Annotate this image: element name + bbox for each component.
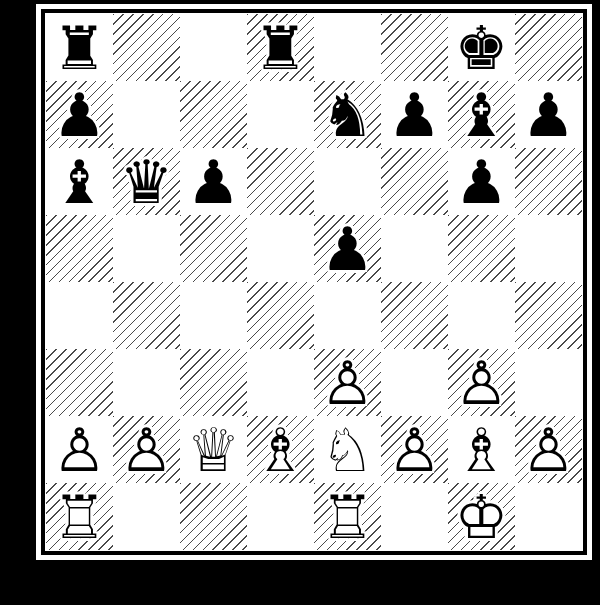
square-a1[interactable]: ♜♖ xyxy=(46,483,113,550)
square-c3[interactable] xyxy=(180,349,247,416)
board-frame: ♜♜♚♟♞♟♝♟♝♛♟♟♟♟♙♟♙♟♙♟♙♛♕♝♗♞♘♟♙♝♗♟♙♜♖♜♖♚♔ xyxy=(41,9,587,555)
square-a5[interactable] xyxy=(46,215,113,282)
piece-fill-white-king: ♚ xyxy=(448,483,515,550)
piece-fill-white-queen: ♛ xyxy=(180,416,247,483)
square-c8[interactable] xyxy=(180,14,247,81)
piece-fill-white-pawn: ♟ xyxy=(113,416,180,483)
square-e6[interactable] xyxy=(314,148,381,215)
piece-white-king: ♔ xyxy=(448,483,515,550)
square-h6[interactable] xyxy=(515,148,582,215)
square-g8[interactable]: ♚ xyxy=(448,14,515,81)
chess-diagram-panel: ♜♜♚♟♞♟♝♟♝♛♟♟♟♟♙♟♙♟♙♟♙♛♕♝♗♞♘♟♙♝♗♟♙♜♖♜♖♚♔ xyxy=(36,4,592,560)
square-f1[interactable] xyxy=(381,483,448,550)
square-a3[interactable] xyxy=(46,349,113,416)
square-d1[interactable] xyxy=(247,483,314,550)
piece-white-knight: ♘ xyxy=(314,416,381,483)
square-a2[interactable]: ♟♙ xyxy=(46,416,113,483)
piece-white-pawn: ♙ xyxy=(381,416,448,483)
square-g4[interactable] xyxy=(448,282,515,349)
piece-black-bishop: ♝ xyxy=(46,148,113,215)
piece-fill-white-pawn: ♟ xyxy=(381,416,448,483)
square-c4[interactable] xyxy=(180,282,247,349)
square-g5[interactable] xyxy=(448,215,515,282)
piece-fill-white-pawn: ♟ xyxy=(448,349,515,416)
square-a4[interactable] xyxy=(46,282,113,349)
square-d3[interactable] xyxy=(247,349,314,416)
square-f5[interactable] xyxy=(381,215,448,282)
square-c6[interactable]: ♟ xyxy=(180,148,247,215)
piece-fill-white-pawn: ♟ xyxy=(515,416,582,483)
square-b7[interactable] xyxy=(113,81,180,148)
square-e2[interactable]: ♞♘ xyxy=(314,416,381,483)
square-a8[interactable]: ♜ xyxy=(46,14,113,81)
square-h3[interactable] xyxy=(515,349,582,416)
square-g6[interactable]: ♟ xyxy=(448,148,515,215)
piece-white-rook: ♖ xyxy=(46,483,113,550)
piece-black-knight: ♞ xyxy=(314,81,381,148)
square-d5[interactable] xyxy=(247,215,314,282)
square-d6[interactable] xyxy=(247,148,314,215)
piece-fill-white-bishop: ♝ xyxy=(247,416,314,483)
piece-black-pawn: ♟ xyxy=(448,148,515,215)
chess-board: ♜♜♚♟♞♟♝♟♝♛♟♟♟♟♙♟♙♟♙♟♙♛♕♝♗♞♘♟♙♝♗♟♙♜♖♜♖♚♔ xyxy=(46,14,582,550)
piece-black-queen: ♛ xyxy=(113,148,180,215)
square-a6[interactable]: ♝ xyxy=(46,148,113,215)
square-f4[interactable] xyxy=(381,282,448,349)
square-f2[interactable]: ♟♙ xyxy=(381,416,448,483)
square-b4[interactable] xyxy=(113,282,180,349)
square-e1[interactable]: ♜♖ xyxy=(314,483,381,550)
piece-white-queen: ♕ xyxy=(180,416,247,483)
square-h7[interactable]: ♟ xyxy=(515,81,582,148)
piece-black-king: ♚ xyxy=(448,14,515,81)
piece-white-rook: ♖ xyxy=(314,483,381,550)
square-f6[interactable] xyxy=(381,148,448,215)
piece-white-pawn: ♙ xyxy=(113,416,180,483)
square-b8[interactable] xyxy=(113,14,180,81)
square-h8[interactable] xyxy=(515,14,582,81)
square-c1[interactable] xyxy=(180,483,247,550)
square-d8[interactable]: ♜ xyxy=(247,14,314,81)
square-e5[interactable]: ♟ xyxy=(314,215,381,282)
piece-black-pawn: ♟ xyxy=(515,81,582,148)
piece-white-pawn: ♙ xyxy=(515,416,582,483)
square-f8[interactable] xyxy=(381,14,448,81)
square-c5[interactable] xyxy=(180,215,247,282)
piece-fill-white-pawn: ♟ xyxy=(46,416,113,483)
piece-black-pawn: ♟ xyxy=(381,81,448,148)
page-background: ♜♜♚♟♞♟♝♟♝♛♟♟♟♟♙♟♙♟♙♟♙♛♕♝♗♞♘♟♙♝♗♟♙♜♖♜♖♚♔ xyxy=(0,0,600,605)
square-f7[interactable]: ♟ xyxy=(381,81,448,148)
square-e4[interactable] xyxy=(314,282,381,349)
piece-black-rook: ♜ xyxy=(46,14,113,81)
piece-black-pawn: ♟ xyxy=(180,148,247,215)
piece-white-bishop: ♗ xyxy=(448,416,515,483)
square-d2[interactable]: ♝♗ xyxy=(247,416,314,483)
piece-fill-white-knight: ♞ xyxy=(314,416,381,483)
piece-fill-white-rook: ♜ xyxy=(314,483,381,550)
square-h1[interactable] xyxy=(515,483,582,550)
piece-fill-white-pawn: ♟ xyxy=(314,349,381,416)
piece-white-pawn: ♙ xyxy=(448,349,515,416)
square-e8[interactable] xyxy=(314,14,381,81)
square-b6[interactable]: ♛ xyxy=(113,148,180,215)
square-b1[interactable] xyxy=(113,483,180,550)
piece-fill-white-bishop: ♝ xyxy=(448,416,515,483)
square-b5[interactable] xyxy=(113,215,180,282)
piece-black-pawn: ♟ xyxy=(314,215,381,282)
square-d7[interactable] xyxy=(247,81,314,148)
piece-black-bishop: ♝ xyxy=(448,81,515,148)
piece-black-pawn: ♟ xyxy=(46,81,113,148)
square-c7[interactable] xyxy=(180,81,247,148)
square-c2[interactable]: ♛♕ xyxy=(180,416,247,483)
piece-white-pawn: ♙ xyxy=(314,349,381,416)
square-a7[interactable]: ♟ xyxy=(46,81,113,148)
square-e7[interactable]: ♞ xyxy=(314,81,381,148)
piece-white-bishop: ♗ xyxy=(247,416,314,483)
square-g3[interactable]: ♟♙ xyxy=(448,349,515,416)
square-e3[interactable]: ♟♙ xyxy=(314,349,381,416)
square-g1[interactable]: ♚♔ xyxy=(448,483,515,550)
square-b3[interactable] xyxy=(113,349,180,416)
square-h2[interactable]: ♟♙ xyxy=(515,416,582,483)
square-h5[interactable] xyxy=(515,215,582,282)
square-h4[interactable] xyxy=(515,282,582,349)
square-g2[interactable]: ♝♗ xyxy=(448,416,515,483)
square-b2[interactable]: ♟♙ xyxy=(113,416,180,483)
piece-fill-white-rook: ♜ xyxy=(46,483,113,550)
piece-black-rook: ♜ xyxy=(247,14,314,81)
square-d4[interactable] xyxy=(247,282,314,349)
square-f3[interactable] xyxy=(381,349,448,416)
square-g7[interactable]: ♝ xyxy=(448,81,515,148)
piece-white-pawn: ♙ xyxy=(46,416,113,483)
